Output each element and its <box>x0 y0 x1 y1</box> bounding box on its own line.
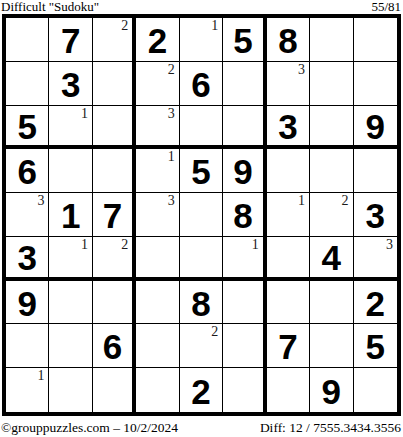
cell-r6c9[interactable]: 3 <box>354 237 397 281</box>
cell-r7c3[interactable] <box>93 281 136 325</box>
cell-r4c5: 5 <box>180 149 223 193</box>
corner-mark: 3 <box>298 62 305 77</box>
cell-r5c2: 1 <box>49 193 92 237</box>
cell-r6c4[interactable] <box>136 237 179 281</box>
cell-r7c8[interactable] <box>310 281 353 325</box>
cell-r7c9: 2 <box>354 281 397 325</box>
corner-mark: 1 <box>81 106 88 121</box>
cell-r7c5: 8 <box>180 281 223 325</box>
given-digit: 5 <box>191 154 210 189</box>
cell-r3c7: 3 <box>267 106 310 150</box>
cell-r7c1: 9 <box>6 281 49 325</box>
cell-r7c6[interactable] <box>223 281 266 325</box>
cell-r9c6[interactable] <box>223 368 266 412</box>
given-digit: 7 <box>61 23 80 58</box>
corner-mark: 2 <box>121 237 128 252</box>
corner-mark: 2 <box>211 324 218 339</box>
corner-mark: 1 <box>37 368 44 383</box>
cell-r2c5: 6 <box>180 62 223 106</box>
corner-mark: 1 <box>211 18 218 33</box>
cell-r3c9: 9 <box>354 106 397 150</box>
cell-r9c7[interactable] <box>267 368 310 412</box>
cell-r1c4: 2 <box>136 18 179 62</box>
cell-r2c3[interactable] <box>93 62 136 106</box>
header: Difficult "Sudoku" 55/81 <box>0 0 403 14</box>
cell-r4c7[interactable] <box>267 149 310 193</box>
given-digit: 2 <box>366 286 385 321</box>
sudoku-page: Difficult "Sudoku" 55/81 722158326351339… <box>0 0 403 437</box>
cell-r3c2[interactable]: 1 <box>49 106 92 150</box>
cell-r1c8[interactable] <box>310 18 353 62</box>
corner-mark: 3 <box>386 237 393 252</box>
cell-r8c8[interactable] <box>310 324 353 368</box>
cell-r5c4[interactable]: 3 <box>136 193 179 237</box>
given-digit: 2 <box>191 374 210 409</box>
progress-counter: 55/81 <box>371 0 401 14</box>
cell-r8c1[interactable] <box>6 324 49 368</box>
cell-r4c6: 9 <box>223 149 266 193</box>
corner-mark: 2 <box>121 18 128 33</box>
difficulty-text: Diff: 12 / 7555.3434.3556 <box>260 420 401 435</box>
corner-mark: 1 <box>298 193 305 208</box>
corner-mark: 1 <box>252 237 259 252</box>
cell-r3c6[interactable] <box>223 106 266 150</box>
cell-r5c8[interactable]: 2 <box>310 193 353 237</box>
cell-r4c9[interactable] <box>354 149 397 193</box>
given-digit: 9 <box>17 286 36 321</box>
given-digit: 3 <box>17 240 36 275</box>
corner-mark: 2 <box>168 62 175 77</box>
given-digit: 7 <box>278 329 297 364</box>
cell-r3c8[interactable] <box>310 106 353 150</box>
given-digit: 8 <box>278 23 297 58</box>
cell-r8c5[interactable]: 2 <box>180 324 223 368</box>
cell-r6c1: 3 <box>6 237 49 281</box>
cell-r2c9[interactable] <box>354 62 397 106</box>
cell-r7c2[interactable] <box>49 281 92 325</box>
cell-r7c7[interactable] <box>267 281 310 325</box>
cell-r1c2: 7 <box>49 18 92 62</box>
corner-mark: 3 <box>168 193 175 208</box>
cell-r5c9: 3 <box>354 193 397 237</box>
cell-r3c4[interactable]: 3 <box>136 106 179 150</box>
cell-r1c3[interactable]: 2 <box>93 18 136 62</box>
cell-r1c7: 8 <box>267 18 310 62</box>
cell-r6c6[interactable]: 1 <box>223 237 266 281</box>
given-digit: 6 <box>17 154 36 189</box>
cell-r9c8: 9 <box>310 368 353 412</box>
cell-r1c1[interactable] <box>6 18 49 62</box>
cell-r6c2[interactable]: 1 <box>49 237 92 281</box>
given-digit: 2 <box>148 23 167 58</box>
cell-r1c9[interactable] <box>354 18 397 62</box>
cell-r9c1[interactable]: 1 <box>6 368 49 412</box>
given-digit: 8 <box>233 198 252 233</box>
given-digit: 5 <box>366 329 385 364</box>
cell-r6c8: 4 <box>310 237 353 281</box>
cell-r8c9: 5 <box>354 324 397 368</box>
given-digit: 7 <box>103 198 122 233</box>
cell-r9c9[interactable] <box>354 368 397 412</box>
given-digit: 5 <box>17 109 36 144</box>
sudoku-board: 7221583263513396159317381233121439826275… <box>2 14 401 416</box>
cell-r4c3[interactable] <box>93 149 136 193</box>
cell-r4c4[interactable]: 1 <box>136 149 179 193</box>
given-digit: 8 <box>191 286 210 321</box>
cell-r5c6: 8 <box>223 193 266 237</box>
given-digit: 3 <box>366 198 385 233</box>
cell-r8c6[interactable] <box>223 324 266 368</box>
cell-r9c5: 2 <box>180 368 223 412</box>
cell-r5c1[interactable]: 3 <box>6 193 49 237</box>
cell-r3c1: 5 <box>6 106 49 150</box>
corner-mark: 3 <box>168 106 175 121</box>
given-digit: 9 <box>322 374 341 409</box>
given-digit: 3 <box>61 67 80 102</box>
cell-r4c1: 6 <box>6 149 49 193</box>
corner-mark: 2 <box>342 193 349 208</box>
cell-r2c8[interactable] <box>310 62 353 106</box>
cell-r5c5[interactable] <box>180 193 223 237</box>
cell-r2c6[interactable] <box>223 62 266 106</box>
cell-r8c4[interactable] <box>136 324 179 368</box>
given-digit: 9 <box>366 109 385 144</box>
copyright-text: ©grouppuzzles.com – 10/2/2024 <box>1 420 178 435</box>
footer: ©grouppuzzles.com – 10/2/2024 Diff: 12 /… <box>0 420 403 435</box>
cell-r8c7: 7 <box>267 324 310 368</box>
given-digit: 6 <box>191 67 210 102</box>
cell-r2c1[interactable] <box>6 62 49 106</box>
corner-mark: 1 <box>81 237 88 252</box>
cell-r8c2[interactable] <box>49 324 92 368</box>
given-digit: 3 <box>278 109 297 144</box>
given-digit: 6 <box>103 329 122 364</box>
cell-r8c3: 6 <box>93 324 136 368</box>
cell-r3c5[interactable] <box>180 106 223 150</box>
cell-r2c2: 3 <box>49 62 92 106</box>
cell-r9c4[interactable] <box>136 368 179 412</box>
given-digit: 5 <box>233 23 252 58</box>
cell-r3c3[interactable] <box>93 106 136 150</box>
cell-r4c8[interactable] <box>310 149 353 193</box>
cell-r6c7[interactable] <box>267 237 310 281</box>
given-digit: 1 <box>61 198 80 233</box>
cell-r9c2[interactable] <box>49 368 92 412</box>
cell-r1c6: 5 <box>223 18 266 62</box>
corner-mark: 3 <box>37 193 44 208</box>
cell-r7c4[interactable] <box>136 281 179 325</box>
puzzle-title: Difficult "Sudoku" <box>1 0 99 14</box>
cell-r5c7[interactable]: 1 <box>267 193 310 237</box>
cell-r2c4[interactable]: 2 <box>136 62 179 106</box>
given-digit: 4 <box>322 240 341 275</box>
cell-r6c5[interactable] <box>180 237 223 281</box>
corner-mark: 1 <box>168 149 175 164</box>
given-digit: 9 <box>233 154 252 189</box>
cell-r6c3[interactable]: 2 <box>93 237 136 281</box>
cell-r1c5[interactable]: 1 <box>180 18 223 62</box>
cell-r2c7[interactable]: 3 <box>267 62 310 106</box>
cell-r4c2[interactable] <box>49 149 92 193</box>
cell-r5c3: 7 <box>93 193 136 237</box>
cell-r9c3[interactable] <box>93 368 136 412</box>
